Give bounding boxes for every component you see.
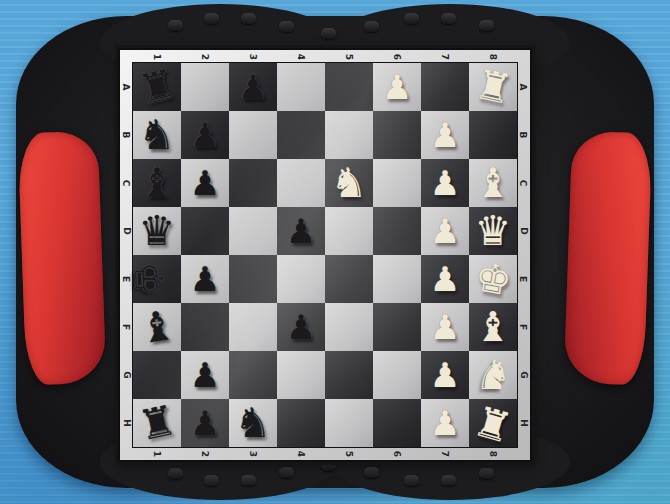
white-bishop-f8[interactable]: ♝	[469, 303, 517, 351]
white-rook-a8[interactable]: ♜	[469, 63, 517, 111]
square-f8[interactable]: ♝	[469, 303, 517, 351]
square-f1[interactable]: ♝	[133, 303, 181, 351]
square-c5[interactable]: ♞	[325, 159, 373, 207]
square-b5[interactable]	[325, 111, 373, 159]
white-pawn-f7[interactable]: ♟	[421, 303, 469, 351]
black-pawn-c2[interactable]: ♟	[181, 159, 229, 207]
square-g4[interactable]	[277, 351, 325, 399]
square-h8[interactable]: ♜	[469, 399, 517, 447]
row-labels-left: ABCDEFGH	[120, 63, 133, 447]
scene-background: 12345678 12345678 ABCDEFGH ABCDEFGH ♜♟♟♜…	[0, 0, 670, 504]
square-b7[interactable]: ♟	[421, 111, 469, 159]
square-c6[interactable]	[373, 159, 421, 207]
black-rook-h1[interactable]: ♜	[133, 399, 181, 447]
column-label-3: 3	[229, 447, 277, 460]
square-e3[interactable]	[229, 255, 277, 303]
case-bump	[364, 467, 379, 478]
square-b2[interactable]: ♟	[181, 111, 229, 159]
square-h4[interactable]	[277, 399, 325, 447]
square-d8[interactable]: ♛	[469, 207, 517, 255]
case-bump	[279, 21, 294, 32]
square-c1[interactable]: ♝	[133, 159, 181, 207]
square-e2[interactable]: ♟	[181, 255, 229, 303]
row-label-c: C	[517, 159, 530, 207]
square-f4[interactable]: ♟	[277, 303, 325, 351]
column-label-7: 7	[421, 50, 469, 63]
square-e6[interactable]	[373, 255, 421, 303]
case-bump	[204, 475, 219, 486]
black-rook-a1[interactable]: ♜	[133, 63, 181, 111]
black-bishop-c1[interactable]: ♝	[133, 159, 181, 207]
square-f7[interactable]: ♟	[421, 303, 469, 351]
row-label-a: A	[120, 63, 133, 111]
square-h5[interactable]	[325, 399, 373, 447]
case-bump	[241, 13, 256, 24]
square-g6[interactable]	[373, 351, 421, 399]
square-a1[interactable]: ♜	[133, 63, 181, 111]
square-d2[interactable]	[181, 207, 229, 255]
row-label-g: G	[517, 351, 530, 399]
white-king-e8[interactable]: ♚	[469, 255, 517, 303]
row-label-f: F	[120, 303, 133, 351]
row-label-b: B	[120, 111, 133, 159]
square-e7[interactable]: ♟	[421, 255, 469, 303]
black-pawn-a3[interactable]: ♟	[229, 63, 277, 111]
square-h2[interactable]: ♟	[181, 399, 229, 447]
square-b8[interactable]	[469, 111, 517, 159]
row-label-h: H	[120, 399, 133, 447]
square-c4[interactable]	[277, 159, 325, 207]
black-pawn-b2[interactable]: ♟	[181, 111, 229, 159]
black-pawn-f4[interactable]: ♟	[277, 303, 325, 351]
white-pawn-g7[interactable]: ♟	[421, 351, 469, 399]
row-label-d: D	[517, 207, 530, 255]
column-label-8: 8	[469, 50, 517, 63]
black-knight-h3[interactable]: ♞	[229, 399, 277, 447]
case-bump	[479, 468, 494, 479]
case-bump	[279, 467, 294, 478]
square-b6[interactable]	[373, 111, 421, 159]
square-h6[interactable]	[373, 399, 421, 447]
black-knight-b1[interactable]: ♞	[133, 111, 181, 159]
square-a2[interactable]	[181, 63, 229, 111]
black-pawn-d4[interactable]: ♟	[277, 207, 325, 255]
case-bump	[168, 20, 183, 31]
square-g8[interactable]: ♞	[469, 351, 517, 399]
square-a6[interactable]: ♟	[373, 63, 421, 111]
column-label-2: 2	[181, 50, 229, 63]
square-h7[interactable]: ♟	[421, 399, 469, 447]
column-labels-bottom: 12345678	[133, 447, 517, 460]
square-e8[interactable]: ♚	[469, 255, 517, 303]
row-label-c: C	[120, 159, 133, 207]
column-label-6: 6	[373, 50, 421, 63]
column-label-4: 4	[277, 447, 325, 460]
column-label-4: 4	[277, 50, 325, 63]
column-label-5: 5	[325, 447, 373, 460]
black-queen-d1[interactable]: ♛	[133, 207, 181, 255]
square-g3[interactable]	[229, 351, 277, 399]
square-f6[interactable]	[373, 303, 421, 351]
row-label-a: A	[517, 63, 530, 111]
square-e5[interactable]	[325, 255, 373, 303]
black-pawn-g2[interactable]: ♟	[181, 351, 229, 399]
white-pawn-b7[interactable]: ♟	[421, 111, 469, 159]
square-e1[interactable]: ♚	[133, 255, 181, 303]
column-label-2: 2	[181, 447, 229, 460]
square-g7[interactable]: ♟	[421, 351, 469, 399]
black-bishop-f1[interactable]: ♝	[133, 303, 181, 351]
case-bump	[321, 28, 336, 39]
square-f3[interactable]	[229, 303, 277, 351]
red-bumper-right	[564, 131, 653, 386]
square-a7[interactable]	[421, 63, 469, 111]
square-a8[interactable]: ♜	[469, 63, 517, 111]
case-bump	[241, 475, 256, 486]
square-g1[interactable]	[133, 351, 181, 399]
square-c2[interactable]: ♟	[181, 159, 229, 207]
square-d5[interactable]	[325, 207, 373, 255]
square-c3[interactable]	[229, 159, 277, 207]
case-bump	[404, 475, 419, 486]
square-b3[interactable]	[229, 111, 277, 159]
case-bump	[441, 475, 456, 486]
square-d4[interactable]: ♟	[277, 207, 325, 255]
black-pawn-e2[interactable]: ♟	[181, 255, 229, 303]
square-f5[interactable]	[325, 303, 373, 351]
white-queen-d8[interactable]: ♛	[469, 207, 517, 255]
black-king-e1[interactable]: ♚	[133, 255, 181, 303]
black-pawn-h2[interactable]: ♟	[181, 399, 229, 447]
white-rook-h8[interactable]: ♜	[469, 399, 517, 447]
white-knight-c5[interactable]: ♞	[325, 159, 373, 207]
square-b1[interactable]: ♞	[133, 111, 181, 159]
column-label-7: 7	[421, 447, 469, 460]
square-g5[interactable]	[325, 351, 373, 399]
white-pawn-a6[interactable]: ♟	[373, 63, 421, 111]
board-grid: ♜♟♟♜♞♟♟♝♟♞♟♝♛♟♟♛♚♟♟♚♝♟♟♝♟♟♞♜♟♞♟♜	[133, 63, 517, 447]
case-bump	[168, 468, 183, 479]
column-label-5: 5	[325, 50, 373, 63]
column-labels-top: 12345678	[133, 50, 517, 63]
square-e4[interactable]	[277, 255, 325, 303]
square-h3[interactable]: ♞	[229, 399, 277, 447]
row-label-d: D	[120, 207, 133, 255]
white-pawn-h7[interactable]: ♟	[421, 399, 469, 447]
square-g2[interactable]: ♟	[181, 351, 229, 399]
square-h1[interactable]: ♜	[133, 399, 181, 447]
square-a5[interactable]	[325, 63, 373, 111]
square-c8[interactable]: ♝	[469, 159, 517, 207]
square-a3[interactable]: ♟	[229, 63, 277, 111]
chess-board: 12345678 12345678 ABCDEFGH ABCDEFGH ♜♟♟♜…	[118, 48, 532, 462]
column-label-1: 1	[133, 447, 181, 460]
row-label-b: B	[517, 111, 530, 159]
square-b4[interactable]	[277, 111, 325, 159]
white-pawn-e7[interactable]: ♟	[421, 255, 469, 303]
column-label-6: 6	[373, 447, 421, 460]
square-d1[interactable]: ♛	[133, 207, 181, 255]
column-label-3: 3	[229, 50, 277, 63]
white-pawn-d7[interactable]: ♟	[421, 207, 469, 255]
row-label-g: G	[120, 351, 133, 399]
square-d3[interactable]	[229, 207, 277, 255]
row-label-h: H	[517, 399, 530, 447]
row-label-e: E	[517, 255, 530, 303]
square-c7[interactable]: ♟	[421, 159, 469, 207]
square-f2[interactable]	[181, 303, 229, 351]
row-label-f: F	[517, 303, 530, 351]
white-pawn-c7[interactable]: ♟	[421, 159, 469, 207]
square-d7[interactable]: ♟	[421, 207, 469, 255]
case-bump	[479, 20, 494, 31]
column-label-1: 1	[133, 50, 181, 63]
red-bumper-left	[18, 131, 107, 386]
row-labels-right: ABCDEFGH	[517, 63, 530, 447]
white-knight-g8[interactable]: ♞	[469, 351, 517, 399]
case-bump	[204, 13, 219, 24]
case-bump	[364, 21, 379, 32]
case-bump	[441, 13, 456, 24]
white-bishop-c8[interactable]: ♝	[469, 159, 517, 207]
case-bump	[404, 13, 419, 24]
square-a4[interactable]	[277, 63, 325, 111]
square-d6[interactable]	[373, 207, 421, 255]
